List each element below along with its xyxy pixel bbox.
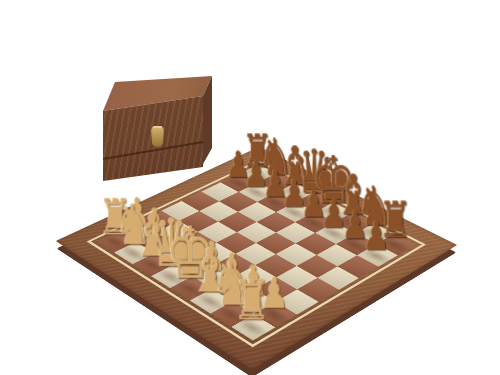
square-e5 <box>256 232 296 254</box>
black-bishop: ♝ <box>334 167 372 223</box>
square-h7: ♟ <box>357 244 398 266</box>
piece-shadow <box>355 224 392 243</box>
square-h8: ♜ <box>376 234 416 256</box>
black-rook: ♜ <box>378 195 412 245</box>
product-photo-scene: ♜♞♝♛♚♝♞♜♟♟♟♟♟♟♟♟♟♟♟♟♟♟♟♟♜♞♝♛♚♝♞♜ <box>0 0 500 375</box>
piece-shadow <box>174 255 210 276</box>
